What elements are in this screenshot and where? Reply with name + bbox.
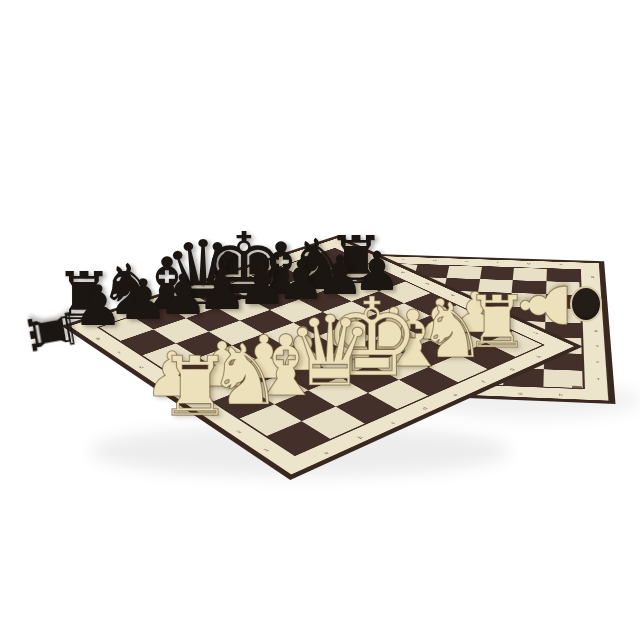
coordinate-label: 8 <box>591 276 595 278</box>
felt-base-disc <box>570 286 602 322</box>
coordinate-label: g <box>527 262 531 264</box>
coordinate-label: c <box>389 421 396 425</box>
coordinate-label: g <box>508 367 515 371</box>
coordinate-label: a <box>322 450 330 454</box>
coordinate-label: 7 <box>116 351 123 354</box>
board-square <box>447 266 482 279</box>
coordinate-label: h <box>559 263 562 265</box>
coordinate-label: d <box>420 406 428 410</box>
coordinate-label: d <box>433 259 437 261</box>
coordinate-label: g <box>518 391 523 394</box>
coordinate-label: e <box>451 393 459 397</box>
chess-set-product-photo: abcdefghabcdefgh8765432187654321abcdefgh… <box>0 0 640 640</box>
brand-mark <box>572 386 582 390</box>
coordinate-label: 1 <box>596 377 600 380</box>
coordinate-label: h <box>558 393 562 396</box>
coordinate-label: 4 <box>594 330 598 333</box>
chess-piece-white-rook: ♜ <box>154 346 236 428</box>
coordinate-label: 2 <box>235 430 243 434</box>
coordinate-label: b <box>356 435 364 439</box>
coordinate-label: e <box>465 260 469 262</box>
coordinate-label: f <box>497 261 499 263</box>
coordinate-label: 1 <box>262 448 270 452</box>
coordinate-label: f <box>480 380 486 383</box>
coordinate-label: 3 <box>595 345 599 348</box>
coordinate-label: h <box>535 355 542 358</box>
coordinate-label: 2 <box>595 361 599 364</box>
lying-chess-piece-black-rook: ♜ <box>19 298 86 365</box>
